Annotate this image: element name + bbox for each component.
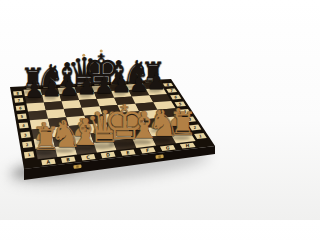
file-label-bottom: G — [166, 145, 171, 150]
chess-board: AABBCCDDEEFFGGHH8877665544332211 — [0, 0, 220, 220]
file-label-top: F — [115, 81, 117, 85]
file-label-bottom: F — [146, 148, 150, 153]
file-label-bottom: D — [106, 152, 111, 157]
chess-set-photo: AABBCCDDEEFFGGHH8877665544332211 ♜♞♝♛♚♝♞… — [0, 0, 220, 220]
file-label-top: E — [98, 82, 100, 86]
file-label-bottom: H — [185, 143, 190, 148]
file-label-bottom: E — [126, 150, 130, 155]
